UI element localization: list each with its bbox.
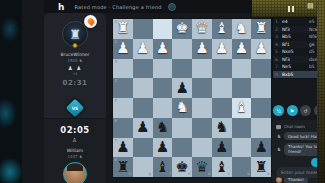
- square-b1[interactable]: ♞: [232, 19, 252, 39]
- black-knight: ♞: [156, 120, 169, 135]
- square-c8[interactable]: c♝: [212, 157, 232, 177]
- square-g6[interactable]: ♟: [133, 118, 153, 138]
- square-a5[interactable]: [251, 98, 271, 118]
- square-c6[interactable]: ♞: [212, 118, 232, 138]
- square-e3[interactable]: [172, 59, 192, 79]
- black-knight: ♞: [215, 120, 228, 135]
- square-e1[interactable]: ♚: [172, 19, 192, 39]
- file-label: h: [129, 172, 132, 176]
- vs-divider: VS: [44, 98, 106, 118]
- chat-bubble-icon: [276, 125, 281, 129]
- gold-badge: [73, 43, 78, 48]
- rank-label: 6: [115, 119, 118, 123]
- square-c7[interactable]: ♟: [212, 138, 232, 158]
- white-rook: ♜: [254, 21, 267, 36]
- tower-avatar-icon: ♜: [69, 27, 81, 42]
- square-h6[interactable]: 6: [113, 118, 133, 138]
- square-d3[interactable]: [192, 59, 212, 79]
- bottom-player-name: William: [44, 148, 106, 153]
- white-pawn: ♟: [156, 41, 169, 56]
- move-number: 5.: [273, 49, 282, 54]
- pause-icon[interactable]: [288, 0, 295, 16]
- move-number: 3.: [273, 34, 282, 39]
- white-move: Nf3: [282, 57, 309, 62]
- black-pawn: ♟: [116, 140, 129, 155]
- square-b2[interactable]: ♟: [232, 39, 252, 59]
- black-queen: ♛: [195, 160, 208, 175]
- white-bishop: ♝: [235, 100, 248, 115]
- black-pawn: ♟: [254, 140, 267, 155]
- square-f8[interactable]: f♝: [153, 157, 173, 177]
- top-player-advantage: +1: [44, 72, 106, 76]
- square-a3[interactable]: [251, 59, 271, 79]
- square-g1[interactable]: [133, 19, 153, 39]
- square-a6[interactable]: [251, 118, 271, 138]
- square-e5[interactable]: ♞: [172, 98, 192, 118]
- file-label: g: [148, 172, 151, 176]
- square-g4[interactable]: [133, 78, 153, 98]
- draw-offer-button[interactable]: ½: [273, 105, 284, 116]
- file-label: f: [169, 172, 170, 176]
- vs-label: VS: [72, 106, 79, 111]
- square-e7[interactable]: [172, 138, 192, 158]
- square-d7[interactable]: [192, 138, 212, 158]
- knight-avatar-icon: ♞: [276, 146, 282, 152]
- square-f1[interactable]: [153, 19, 173, 39]
- move-number: 7.: [273, 64, 282, 69]
- square-d6[interactable]: [192, 118, 212, 138]
- top-player-name: BruceWinner: [44, 52, 106, 57]
- move-number: 8.: [273, 72, 282, 77]
- rank-label: 8: [115, 158, 118, 162]
- file-label: a: [267, 172, 269, 176]
- square-h3[interactable]: 3: [113, 59, 133, 79]
- white-move: Bf1: [282, 42, 309, 47]
- square-b4[interactable]: [232, 78, 252, 98]
- white-pawn: ♟: [215, 41, 228, 56]
- square-f5[interactable]: [153, 98, 173, 118]
- square-e6[interactable]: [172, 118, 192, 138]
- square-c4[interactable]: [212, 78, 232, 98]
- square-h7[interactable]: 7♟: [113, 138, 133, 158]
- square-a4[interactable]: [251, 78, 271, 98]
- black-pawn: ♟: [175, 81, 188, 96]
- file-label: c: [228, 172, 230, 176]
- app-logo: h: [58, 2, 64, 12]
- square-g5[interactable]: [133, 98, 153, 118]
- top-player-captured-pieces: ♟ ♟: [44, 65, 106, 71]
- square-h8[interactable]: 8h♜: [113, 157, 133, 177]
- square-d5[interactable]: [192, 98, 212, 118]
- square-f6[interactable]: ♞: [153, 118, 173, 138]
- white-move: Bxb5: [282, 72, 309, 77]
- white-pawn: ♟: [195, 41, 208, 56]
- white-pawn: ♟: [254, 41, 267, 56]
- rank-label: 5: [115, 99, 118, 103]
- white-move: Nxe5: [282, 49, 309, 54]
- square-d8[interactable]: d♛: [192, 157, 212, 177]
- window-title: Rated mode · Challenge a friend: [74, 4, 161, 10]
- white-move: Ne5: [282, 64, 309, 69]
- square-e8[interactable]: e♚: [172, 157, 192, 177]
- white-pawn: ♟: [116, 41, 129, 56]
- move-number: 1.: [273, 19, 282, 24]
- white-move: Bb5: [282, 34, 309, 39]
- app-window: h Rated mode · Challenge a friend ♜ Bruc…: [22, 0, 317, 183]
- streak-badge: [84, 15, 97, 28]
- desktop-status-icons: ▤: [288, 2, 322, 10]
- square-a7[interactable]: ♟: [251, 138, 271, 158]
- square-a8[interactable]: a♜: [251, 157, 271, 177]
- black-king: ♚: [175, 160, 188, 175]
- rank-label: 4: [115, 79, 118, 83]
- header-avatar[interactable]: [168, 3, 176, 11]
- square-h2[interactable]: 2♟: [113, 39, 133, 59]
- chess-board: 1♜♚♛♝♞♜2♟♟♟♟♟♟♟34♟5♞♝6♟♞♞7♟♟♟♟8h♜gf♝e♚d♛…: [113, 19, 271, 177]
- white-move: Nf3: [282, 27, 309, 32]
- knight-avatar-icon: ♞: [276, 133, 282, 139]
- square-h1[interactable]: 1♜: [113, 19, 133, 39]
- rank-label: 7: [115, 139, 118, 143]
- rank-label: 2: [115, 40, 118, 44]
- square-g3[interactable]: [133, 59, 153, 79]
- file-label: d: [208, 172, 211, 176]
- square-d2[interactable]: ♟: [192, 39, 212, 59]
- top-player-rating: 1500 ♞: [44, 58, 106, 63]
- bottom-player-avatar: [63, 162, 87, 183]
- app-header: h Rated mode · Challenge a friend: [44, 0, 274, 13]
- move-number: 6.: [273, 57, 282, 62]
- black-rook: ♜: [116, 160, 129, 175]
- players-sidebar: ♜ BruceWinner 1500 ♞ ♟ ♟ +1 02:31 VS 02:…: [44, 13, 106, 183]
- square-f7[interactable]: ♟: [153, 138, 173, 158]
- square-f3[interactable]: [153, 59, 173, 79]
- square-d1[interactable]: ♛: [192, 19, 212, 39]
- white-knight: ♞: [175, 100, 188, 115]
- white-bishop: ♝: [215, 21, 228, 36]
- layers-icon[interactable]: ▤: [307, 2, 314, 10]
- black-rook: ♜: [254, 160, 267, 175]
- square-g2[interactable]: ♟: [133, 39, 153, 59]
- square-c1[interactable]: ♝: [212, 19, 232, 39]
- white-pawn: ♟: [136, 41, 149, 56]
- black-pawn: ♟: [156, 140, 169, 155]
- rank-label: 3: [115, 60, 118, 64]
- square-g7[interactable]: [133, 138, 153, 158]
- white-move: e4: [282, 19, 309, 24]
- square-d4[interactable]: [192, 78, 212, 98]
- takeback-button[interactable]: ↺: [300, 105, 311, 116]
- square-h4[interactable]: 4: [113, 78, 133, 98]
- square-c3[interactable]: [212, 59, 232, 79]
- flame-icon: [86, 17, 95, 26]
- bottom-player-card: 02:05 ♙ William 1447 ♞ ♟: [44, 118, 106, 183]
- move-number: 2.: [273, 27, 282, 32]
- square-e4[interactable]: ♟: [172, 78, 192, 98]
- square-f4[interactable]: [153, 78, 173, 98]
- bottom-player-rating: 1447 ♞: [44, 154, 106, 159]
- square-b8[interactable]: b: [232, 157, 252, 177]
- bottom-player-captured-pieces: ♙: [44, 137, 106, 143]
- square-g8[interactable]: g: [133, 157, 153, 177]
- white-pawn: ♟: [235, 41, 248, 56]
- file-label: e: [188, 172, 190, 176]
- square-b5[interactable]: ♝: [232, 98, 252, 118]
- black-pawn: ♟: [136, 120, 149, 135]
- square-a2[interactable]: ♟: [251, 39, 271, 59]
- bottom-player-avatar-wrap: ♟: [44, 162, 106, 183]
- avatar-hair: [67, 163, 83, 171]
- resign-button[interactable]: ⚑: [287, 105, 298, 116]
- square-e2[interactable]: [172, 39, 192, 59]
- white-queen: ♛: [195, 21, 208, 36]
- square-a1[interactable]: ♜: [251, 19, 271, 39]
- black-pawn: ♟: [215, 140, 228, 155]
- desktop-wallpaper-left: [0, 0, 22, 183]
- white-rook: ♜: [116, 21, 129, 36]
- desktop-wallpaper-right: [317, 0, 325, 183]
- top-player-card: ♜ BruceWinner 1500 ♞ ♟ ♟ +1 02:31: [44, 13, 106, 98]
- square-h5[interactable]: 5: [113, 98, 133, 118]
- black-bishop: ♝: [215, 160, 228, 175]
- rank-label: 1: [115, 20, 118, 24]
- file-label: b: [247, 172, 250, 176]
- top-player-clock: 02:31: [44, 79, 106, 87]
- bottom-player-clock: 02:05: [44, 125, 106, 135]
- white-king: ♚: [175, 21, 188, 36]
- move-number: 4.: [273, 42, 282, 47]
- square-f2[interactable]: ♟: [153, 39, 173, 59]
- square-b3[interactable]: [232, 59, 252, 79]
- black-bishop: ♝: [156, 160, 169, 175]
- square-c2[interactable]: ♟: [212, 39, 232, 59]
- square-c5[interactable]: [212, 98, 232, 118]
- square-b6[interactable]: [232, 118, 252, 138]
- white-knight: ♞: [235, 21, 248, 36]
- square-b7[interactable]: [232, 138, 252, 158]
